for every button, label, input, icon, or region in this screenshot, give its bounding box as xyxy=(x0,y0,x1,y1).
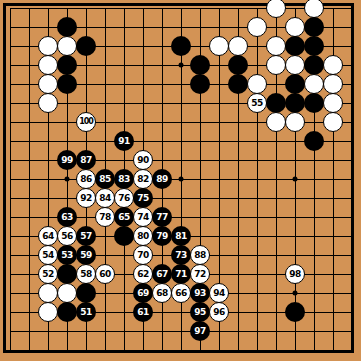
move-number-label: 100 xyxy=(79,118,93,126)
move-number-label: 75 xyxy=(137,194,149,203)
stone-move-91: 91 xyxy=(114,131,134,151)
stone-move-54: 54 xyxy=(38,245,58,265)
stone-move-68: 68 xyxy=(152,283,172,303)
stone-white xyxy=(38,74,58,94)
stone-move-63: 63 xyxy=(57,207,77,227)
stone-move-53: 53 xyxy=(57,245,77,265)
stone-move-86: 86 xyxy=(76,169,96,189)
stone-black xyxy=(285,36,305,56)
grid-line-horizontal xyxy=(10,350,353,351)
move-number-label: 76 xyxy=(118,194,130,203)
move-number-label: 88 xyxy=(194,251,206,260)
move-number-label: 74 xyxy=(137,213,149,222)
stone-white xyxy=(57,283,77,303)
move-number-label: 53 xyxy=(61,251,73,260)
stone-move-66: 66 xyxy=(171,283,191,303)
star-point xyxy=(65,177,70,182)
move-number-label: 70 xyxy=(137,251,149,260)
move-number-label: 92 xyxy=(80,194,92,203)
move-number-label: 89 xyxy=(156,175,168,184)
stone-white xyxy=(285,112,305,132)
stone-move-89: 89 xyxy=(152,169,172,189)
grid-line-horizontal xyxy=(10,198,353,199)
stone-move-71: 71 xyxy=(171,264,191,284)
stone-move-95: 95 xyxy=(190,302,210,322)
stone-black xyxy=(228,74,248,94)
move-number-label: 68 xyxy=(156,289,168,298)
stone-black xyxy=(266,93,286,113)
move-number-label: 98 xyxy=(289,270,301,279)
stone-move-77: 77 xyxy=(152,207,172,227)
stone-move-52: 52 xyxy=(38,264,58,284)
stone-black xyxy=(285,93,305,113)
move-number-label: 84 xyxy=(99,194,111,203)
stone-move-80: 80 xyxy=(133,226,153,246)
stone-white xyxy=(209,36,229,56)
stone-move-70: 70 xyxy=(133,245,153,265)
move-number-label: 51 xyxy=(80,308,92,317)
stone-black xyxy=(285,302,305,322)
stone-white xyxy=(323,93,343,113)
move-number-label: 77 xyxy=(156,213,168,222)
star-point xyxy=(293,291,298,296)
stone-white xyxy=(57,36,77,56)
stone-move-98: 98 xyxy=(285,264,305,284)
go-board[interactable]: 5510091998790868583828992847675637865747… xyxy=(0,0,361,361)
move-number-label: 91 xyxy=(118,137,130,146)
stone-black xyxy=(76,283,96,303)
stone-move-81: 81 xyxy=(171,226,191,246)
stone-move-78: 78 xyxy=(95,207,115,227)
move-number-label: 73 xyxy=(175,251,187,260)
move-number-label: 59 xyxy=(80,251,92,260)
move-number-label: 67 xyxy=(156,270,168,279)
stone-black xyxy=(304,36,324,56)
stone-white xyxy=(323,74,343,94)
stone-move-88: 88 xyxy=(190,245,210,265)
stone-move-51: 51 xyxy=(76,302,96,322)
stone-black xyxy=(304,17,324,37)
stone-black xyxy=(304,93,324,113)
move-number-label: 96 xyxy=(213,308,225,317)
stone-move-59: 59 xyxy=(76,245,96,265)
move-number-label: 79 xyxy=(156,232,168,241)
move-number-label: 64 xyxy=(42,232,54,241)
stone-move-79: 79 xyxy=(152,226,172,246)
stone-move-82: 82 xyxy=(133,169,153,189)
stone-move-62: 62 xyxy=(133,264,153,284)
stone-move-87: 87 xyxy=(76,150,96,170)
stone-move-60: 60 xyxy=(95,264,115,284)
stone-white xyxy=(266,0,286,18)
stone-move-100: 100 xyxy=(76,112,96,132)
stone-white xyxy=(304,0,324,18)
stone-black xyxy=(171,36,191,56)
stone-move-85: 85 xyxy=(95,169,115,189)
grid-line-vertical xyxy=(352,8,353,351)
stone-move-67: 67 xyxy=(152,264,172,284)
stone-black xyxy=(57,55,77,75)
stone-white xyxy=(38,93,58,113)
stone-black xyxy=(76,36,96,56)
stone-move-99: 99 xyxy=(57,150,77,170)
move-number-label: 85 xyxy=(99,175,111,184)
move-number-label: 81 xyxy=(175,232,187,241)
stone-black xyxy=(57,17,77,37)
move-number-label: 54 xyxy=(42,251,54,260)
stone-move-64: 64 xyxy=(38,226,58,246)
stone-white xyxy=(266,55,286,75)
stone-move-92: 92 xyxy=(76,188,96,208)
star-point xyxy=(179,177,184,182)
move-number-label: 80 xyxy=(137,232,149,241)
move-number-label: 60 xyxy=(99,270,111,279)
stone-white xyxy=(323,112,343,132)
stone-white xyxy=(38,283,58,303)
stone-move-96: 96 xyxy=(209,302,229,322)
move-number-label: 62 xyxy=(137,270,149,279)
move-number-label: 78 xyxy=(99,213,111,222)
grid-line-horizontal xyxy=(10,331,353,332)
stone-move-94: 94 xyxy=(209,283,229,303)
stone-white xyxy=(247,74,267,94)
stone-black xyxy=(228,55,248,75)
stone-move-57: 57 xyxy=(76,226,96,246)
stone-black xyxy=(114,226,134,246)
move-number-label: 93 xyxy=(194,289,206,298)
move-number-label: 82 xyxy=(137,175,149,184)
stone-black xyxy=(304,131,324,151)
stone-move-72: 72 xyxy=(190,264,210,284)
stone-white xyxy=(228,36,248,56)
move-number-label: 55 xyxy=(251,99,263,108)
stone-white xyxy=(38,36,58,56)
move-number-label: 99 xyxy=(61,156,73,165)
stone-white xyxy=(266,36,286,56)
grid-line-vertical xyxy=(257,8,258,351)
stone-move-83: 83 xyxy=(114,169,134,189)
stone-white xyxy=(266,112,286,132)
move-number-label: 72 xyxy=(194,270,206,279)
stone-move-75: 75 xyxy=(133,188,153,208)
stone-move-61: 61 xyxy=(133,302,153,322)
stone-move-65: 65 xyxy=(114,207,134,227)
move-number-label: 56 xyxy=(61,232,73,241)
stone-black xyxy=(285,74,305,94)
stone-move-56: 56 xyxy=(57,226,77,246)
stone-white xyxy=(38,55,58,75)
star-point xyxy=(293,177,298,182)
move-number-label: 66 xyxy=(175,289,187,298)
stone-black xyxy=(304,55,324,75)
move-number-label: 97 xyxy=(194,327,206,336)
star-point xyxy=(179,63,184,68)
stone-move-76: 76 xyxy=(114,188,134,208)
stone-move-93: 93 xyxy=(190,283,210,303)
move-number-label: 90 xyxy=(137,156,149,165)
stone-black xyxy=(190,55,210,75)
stone-white xyxy=(38,302,58,322)
move-number-label: 57 xyxy=(80,232,92,241)
stone-move-69: 69 xyxy=(133,283,153,303)
stone-black xyxy=(190,74,210,94)
move-number-label: 58 xyxy=(80,270,92,279)
stone-move-84: 84 xyxy=(95,188,115,208)
move-number-label: 69 xyxy=(137,289,149,298)
move-number-label: 86 xyxy=(80,175,92,184)
move-number-label: 65 xyxy=(118,213,130,222)
stone-move-58: 58 xyxy=(76,264,96,284)
stone-white xyxy=(247,17,267,37)
stone-move-74: 74 xyxy=(133,207,153,227)
stone-black xyxy=(57,302,77,322)
move-number-label: 94 xyxy=(213,289,225,298)
move-number-label: 95 xyxy=(194,308,206,317)
stone-white xyxy=(285,55,305,75)
move-number-label: 63 xyxy=(61,213,73,222)
move-number-label: 52 xyxy=(42,270,54,279)
stone-move-97: 97 xyxy=(190,321,210,341)
stone-move-55: 55 xyxy=(247,93,267,113)
move-number-label: 83 xyxy=(118,175,130,184)
stone-white xyxy=(304,74,324,94)
stone-white xyxy=(323,55,343,75)
move-number-label: 61 xyxy=(137,308,149,317)
move-number-label: 87 xyxy=(80,156,92,165)
stone-move-73: 73 xyxy=(171,245,191,265)
stone-black xyxy=(57,264,77,284)
move-number-label: 71 xyxy=(175,270,187,279)
stone-white xyxy=(285,17,305,37)
stone-move-90: 90 xyxy=(133,150,153,170)
stone-black xyxy=(57,74,77,94)
